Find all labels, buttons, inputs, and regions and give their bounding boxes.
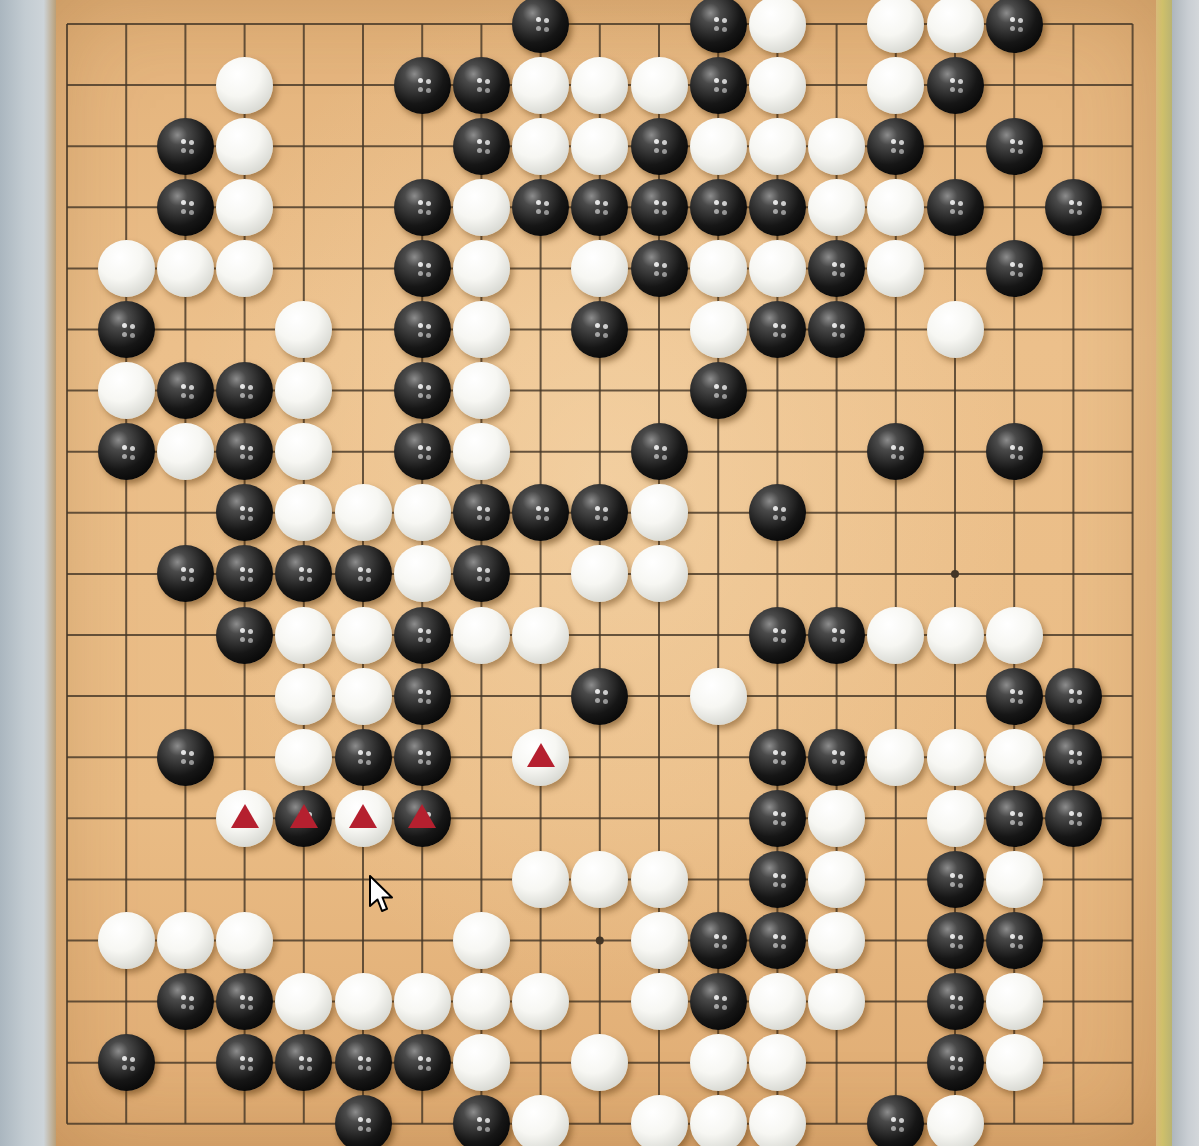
black-stone[interactable] [571, 301, 628, 358]
white-stone[interactable] [690, 301, 747, 358]
black-stone[interactable] [749, 607, 806, 664]
white-stone[interactable] [631, 851, 688, 908]
black-stone[interactable] [867, 1095, 924, 1146]
white-stone[interactable] [749, 1034, 806, 1091]
black-stone[interactable] [98, 301, 155, 358]
white-stone[interactable] [749, 57, 806, 114]
black-stone[interactable] [808, 729, 865, 786]
black-stone[interactable] [986, 668, 1043, 725]
stone-reflection [1010, 811, 1015, 816]
black-stone[interactable] [1045, 668, 1102, 725]
black-stone[interactable] [453, 545, 510, 602]
stone-reflection [358, 1117, 363, 1122]
black-stone[interactable] [394, 1034, 451, 1091]
stone-reflection [891, 445, 896, 450]
triangle-mark [290, 804, 318, 828]
black-stone[interactable] [927, 179, 984, 236]
black-stone[interactable] [808, 301, 865, 358]
stone-reflection [832, 262, 837, 267]
star-point [596, 937, 604, 945]
stone-reflection [240, 628, 245, 633]
stone-reflection [595, 200, 600, 205]
white-stone[interactable] [808, 118, 865, 175]
stone-reflection [1010, 262, 1015, 267]
white-stone[interactable] [927, 729, 984, 786]
white-stone[interactable] [690, 1034, 747, 1091]
go-board[interactable] [56, 0, 1156, 1146]
stone-reflection [358, 567, 363, 572]
black-stone[interactable] [453, 57, 510, 114]
white-stone[interactable] [690, 1095, 747, 1146]
stone-reflection [1069, 689, 1074, 694]
black-stone[interactable] [571, 668, 628, 725]
black-stone[interactable] [275, 790, 332, 847]
stone-reflection [1010, 689, 1015, 694]
white-stone[interactable] [394, 545, 451, 602]
triangle-mark [527, 743, 555, 767]
black-stone[interactable] [690, 57, 747, 114]
stone-reflection [773, 628, 778, 633]
stone-reflection [950, 995, 955, 1000]
black-stone[interactable] [749, 301, 806, 358]
white-stone[interactable] [927, 0, 984, 53]
stone-reflection [1010, 139, 1015, 144]
black-stone[interactable] [98, 1034, 155, 1091]
white-stone[interactable] [808, 790, 865, 847]
stone-reflection [477, 139, 482, 144]
black-stone[interactable] [335, 729, 392, 786]
black-stone[interactable] [808, 607, 865, 664]
stone-reflection [240, 567, 245, 572]
black-stone[interactable] [571, 179, 628, 236]
white-stone[interactable] [631, 545, 688, 602]
black-stone[interactable] [98, 423, 155, 480]
white-stone[interactable] [986, 607, 1043, 664]
stone-reflection [891, 1117, 896, 1122]
white-stone[interactable] [216, 912, 273, 969]
black-stone[interactable] [157, 545, 214, 602]
white-stone[interactable] [453, 973, 510, 1030]
white-stone[interactable] [453, 607, 510, 664]
stone-reflection [714, 78, 719, 83]
white-stone[interactable] [512, 729, 569, 786]
black-stone[interactable] [1045, 179, 1102, 236]
stone-reflection [536, 506, 541, 511]
white-stone[interactable] [571, 57, 628, 114]
stone-reflection [950, 873, 955, 878]
white-stone[interactable] [749, 973, 806, 1030]
black-stone[interactable] [216, 423, 273, 480]
stone-reflection [418, 200, 423, 205]
white-stone[interactable] [571, 851, 628, 908]
black-stone[interactable] [216, 484, 273, 541]
black-stone[interactable] [216, 1034, 273, 1091]
black-stone[interactable] [453, 484, 510, 541]
black-stone[interactable] [927, 57, 984, 114]
star-point [951, 570, 959, 578]
white-stone[interactable] [867, 57, 924, 114]
white-stone[interactable] [808, 179, 865, 236]
stone-reflection [418, 323, 423, 328]
left-bezel [0, 0, 56, 1146]
stone-reflection [299, 567, 304, 572]
white-stone[interactable] [808, 973, 865, 1030]
white-stone[interactable] [453, 912, 510, 969]
stone-reflection [654, 139, 659, 144]
stone-reflection [1069, 200, 1074, 205]
white-stone[interactable] [275, 607, 332, 664]
stone-reflection [240, 995, 245, 1000]
stone-reflection [240, 1056, 245, 1061]
black-stone[interactable] [808, 240, 865, 297]
white-stone[interactable] [216, 240, 273, 297]
stone-reflection [950, 200, 955, 205]
white-stone[interactable] [453, 179, 510, 236]
stone-reflection [358, 1056, 363, 1061]
white-stone[interactable] [571, 240, 628, 297]
stone-reflection [181, 750, 186, 755]
black-stone[interactable] [986, 0, 1043, 53]
stone-reflection [358, 750, 363, 755]
white-stone[interactable] [690, 240, 747, 297]
white-stone[interactable] [453, 240, 510, 297]
black-stone[interactable] [690, 179, 747, 236]
stone-reflection [950, 1056, 955, 1061]
stone-reflection [536, 200, 541, 205]
black-stone[interactable] [927, 851, 984, 908]
stone-reflection [654, 200, 659, 205]
white-stone[interactable] [808, 912, 865, 969]
black-stone[interactable] [690, 362, 747, 419]
white-stone[interactable] [275, 973, 332, 1030]
white-stone[interactable] [571, 118, 628, 175]
white-stone[interactable] [394, 484, 451, 541]
stone-reflection [418, 750, 423, 755]
stone-reflection [832, 750, 837, 755]
stone-reflection [950, 78, 955, 83]
white-stone[interactable] [335, 973, 392, 1030]
black-stone[interactable] [216, 607, 273, 664]
stone-reflection [1010, 934, 1015, 939]
stone-reflection [595, 323, 600, 328]
black-stone[interactable] [631, 240, 688, 297]
black-stone[interactable] [631, 423, 688, 480]
stone-reflection [773, 323, 778, 328]
white-stone[interactable] [927, 1095, 984, 1146]
stone-reflection [181, 567, 186, 572]
screen [0, 0, 1199, 1146]
black-stone[interactable] [335, 1034, 392, 1091]
stone-reflection [181, 139, 186, 144]
board-edge-strip [1156, 0, 1172, 1146]
stone-reflection [595, 506, 600, 511]
black-stone[interactable] [394, 57, 451, 114]
white-stone[interactable] [216, 179, 273, 236]
stone-reflection [240, 506, 245, 511]
stone-reflection [418, 689, 423, 694]
white-stone[interactable] [749, 0, 806, 53]
white-stone[interactable] [690, 668, 747, 725]
black-stone[interactable] [986, 240, 1043, 297]
stone-reflection [122, 1056, 127, 1061]
white-stone[interactable] [986, 1034, 1043, 1091]
black-stone[interactable] [1045, 790, 1102, 847]
white-stone[interactable] [867, 729, 924, 786]
white-stone[interactable] [986, 729, 1043, 786]
black-stone[interactable] [453, 118, 510, 175]
white-stone[interactable] [335, 607, 392, 664]
white-stone[interactable] [512, 851, 569, 908]
black-stone[interactable] [394, 423, 451, 480]
stone-reflection [1010, 445, 1015, 450]
black-stone[interactable] [927, 973, 984, 1030]
white-stone[interactable] [157, 423, 214, 480]
stone-reflection [950, 934, 955, 939]
triangle-mark [408, 804, 436, 828]
stone-reflection [1010, 17, 1015, 22]
white-stone[interactable] [749, 240, 806, 297]
black-stone[interactable] [394, 729, 451, 786]
stone-reflection [773, 506, 778, 511]
black-stone[interactable] [335, 545, 392, 602]
white-stone[interactable] [512, 607, 569, 664]
stone-reflection [181, 200, 186, 205]
black-stone[interactable] [157, 362, 214, 419]
white-stone[interactable] [453, 1034, 510, 1091]
stone-reflection [773, 200, 778, 205]
right-bezel [1172, 0, 1199, 1146]
white-stone[interactable] [216, 57, 273, 114]
white-stone[interactable] [453, 362, 510, 419]
stone-reflection [891, 139, 896, 144]
stone-reflection [714, 17, 719, 22]
white-stone[interactable] [631, 57, 688, 114]
stone-reflection [595, 689, 600, 694]
white-stone[interactable] [275, 729, 332, 786]
white-stone[interactable] [867, 240, 924, 297]
white-stone[interactable] [690, 118, 747, 175]
white-stone[interactable] [98, 240, 155, 297]
black-stone[interactable] [986, 912, 1043, 969]
stone-reflection [773, 811, 778, 816]
white-stone[interactable] [749, 118, 806, 175]
black-stone[interactable] [157, 118, 214, 175]
black-stone[interactable] [749, 729, 806, 786]
stone-reflection [122, 445, 127, 450]
stone-reflection [477, 78, 482, 83]
stone-reflection [714, 995, 719, 1000]
stone-reflection [714, 934, 719, 939]
stone-reflection [181, 995, 186, 1000]
stone-reflection [773, 750, 778, 755]
black-stone[interactable] [927, 912, 984, 969]
black-stone[interactable] [986, 423, 1043, 480]
white-stone[interactable] [867, 179, 924, 236]
stone-reflection [122, 323, 127, 328]
black-stone[interactable] [690, 973, 747, 1030]
white-stone[interactable] [157, 912, 214, 969]
black-stone[interactable] [749, 790, 806, 847]
triangle-mark [231, 804, 259, 828]
stone-reflection [1069, 750, 1074, 755]
white-stone[interactable] [335, 484, 392, 541]
stone-reflection [477, 506, 482, 511]
white-stone[interactable] [216, 118, 273, 175]
stone-reflection [477, 1117, 482, 1122]
black-stone[interactable] [453, 1095, 510, 1146]
white-stone[interactable] [631, 973, 688, 1030]
stone-reflection [714, 200, 719, 205]
white-stone[interactable] [275, 668, 332, 725]
white-stone[interactable] [335, 668, 392, 725]
black-stone[interactable] [749, 179, 806, 236]
white-stone[interactable] [512, 1095, 569, 1146]
black-stone[interactable] [986, 790, 1043, 847]
black-stone[interactable] [394, 607, 451, 664]
black-stone[interactable] [216, 973, 273, 1030]
black-stone[interactable] [394, 790, 451, 847]
black-stone[interactable] [690, 0, 747, 53]
black-stone[interactable] [749, 851, 806, 908]
stone-reflection [1069, 811, 1074, 816]
white-stone[interactable] [512, 118, 569, 175]
white-stone[interactable] [808, 851, 865, 908]
white-stone[interactable] [867, 607, 924, 664]
black-stone[interactable] [631, 179, 688, 236]
white-stone[interactable] [453, 423, 510, 480]
black-stone[interactable] [749, 484, 806, 541]
stone-reflection [654, 445, 659, 450]
white-stone[interactable] [512, 973, 569, 1030]
stone-reflection [418, 78, 423, 83]
black-stone[interactable] [394, 668, 451, 725]
stone-reflection [418, 262, 423, 267]
white-stone[interactable] [631, 912, 688, 969]
stone-reflection [714, 384, 719, 389]
black-stone[interactable] [927, 1034, 984, 1091]
black-stone[interactable] [394, 362, 451, 419]
white-stone[interactable] [927, 301, 984, 358]
stone-reflection [773, 873, 778, 878]
black-stone[interactable] [394, 179, 451, 236]
white-stone[interactable] [275, 362, 332, 419]
white-stone[interactable] [275, 301, 332, 358]
black-stone[interactable] [157, 179, 214, 236]
black-stone[interactable] [216, 362, 273, 419]
stone-reflection [240, 445, 245, 450]
white-stone[interactable] [749, 1095, 806, 1146]
white-stone[interactable] [631, 1095, 688, 1146]
black-stone[interactable] [394, 240, 451, 297]
white-stone[interactable] [98, 362, 155, 419]
black-stone[interactable] [512, 179, 569, 236]
black-stone[interactable] [690, 912, 747, 969]
stone-reflection [418, 628, 423, 633]
white-stone[interactable] [394, 973, 451, 1030]
white-stone[interactable] [157, 240, 214, 297]
black-stone[interactable] [512, 0, 569, 53]
black-stone[interactable] [394, 301, 451, 358]
stone-reflection [832, 323, 837, 328]
black-stone[interactable] [631, 118, 688, 175]
white-stone[interactable] [927, 607, 984, 664]
black-stone[interactable] [749, 912, 806, 969]
white-stone[interactable] [631, 484, 688, 541]
stone-reflection [299, 1056, 304, 1061]
white-stone[interactable] [986, 851, 1043, 908]
stone-reflection [832, 628, 837, 633]
stone-reflection [240, 384, 245, 389]
white-stone[interactable] [216, 790, 273, 847]
stone-reflection [773, 934, 778, 939]
white-stone[interactable] [453, 301, 510, 358]
stone-reflection [536, 17, 541, 22]
black-stone[interactable] [1045, 729, 1102, 786]
black-stone[interactable] [157, 973, 214, 1030]
black-stone[interactable] [512, 484, 569, 541]
stone-reflection [418, 1056, 423, 1061]
stone-reflection [418, 445, 423, 450]
white-stone[interactable] [98, 912, 155, 969]
black-stone[interactable] [335, 1095, 392, 1146]
triangle-mark [349, 804, 377, 828]
stone-reflection [654, 262, 659, 267]
white-stone[interactable] [927, 790, 984, 847]
black-stone[interactable] [157, 729, 214, 786]
stone-reflection [181, 384, 186, 389]
stone-reflection [418, 384, 423, 389]
black-stone[interactable] [986, 118, 1043, 175]
stone-reflection [477, 567, 482, 572]
cursor-arrow [368, 875, 398, 917]
black-stone[interactable] [867, 118, 924, 175]
white-stone[interactable] [335, 790, 392, 847]
white-stone[interactable] [512, 57, 569, 114]
white-stone[interactable] [986, 973, 1043, 1030]
